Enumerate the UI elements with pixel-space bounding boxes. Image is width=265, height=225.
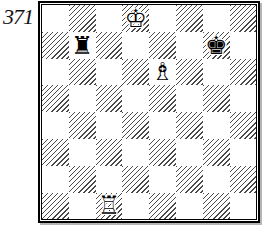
board-grid: ♔♜♚♗♖ — [41, 4, 257, 220]
square-g3 — [203, 139, 230, 166]
square-h5 — [230, 85, 257, 112]
square-f3 — [176, 139, 203, 166]
square-f8 — [176, 5, 203, 32]
square-g2 — [203, 166, 230, 193]
square-e1 — [149, 193, 176, 220]
square-d1 — [122, 193, 149, 220]
square-a2 — [42, 166, 69, 193]
square-g1 — [203, 193, 230, 220]
white-king: ♔ — [125, 6, 147, 31]
square-g7: ♚ — [203, 32, 230, 59]
square-g8 — [203, 5, 230, 32]
square-a6 — [42, 59, 69, 86]
square-f7 — [176, 32, 203, 59]
black-king: ♚ — [205, 33, 227, 58]
square-g6 — [203, 59, 230, 86]
square-a4 — [42, 112, 69, 139]
square-h2 — [230, 166, 257, 193]
square-e3 — [149, 139, 176, 166]
square-c3 — [96, 139, 123, 166]
square-f4 — [176, 112, 203, 139]
square-e7 — [149, 32, 176, 59]
square-c1: ♖ — [96, 193, 123, 220]
square-c4 — [96, 112, 123, 139]
square-f5 — [176, 85, 203, 112]
square-b1 — [69, 193, 96, 220]
square-d4 — [122, 112, 149, 139]
square-c8 — [96, 5, 123, 32]
square-b3 — [69, 139, 96, 166]
square-a8 — [42, 5, 69, 32]
square-d6 — [122, 59, 149, 86]
square-h8 — [230, 5, 257, 32]
square-c7 — [96, 32, 123, 59]
square-g4 — [203, 112, 230, 139]
square-b4 — [69, 112, 96, 139]
square-h6 — [230, 59, 257, 86]
square-h7 — [230, 32, 257, 59]
square-d5 — [122, 85, 149, 112]
square-c2 — [96, 166, 123, 193]
square-c6 — [96, 59, 123, 86]
square-e6: ♗ — [149, 59, 176, 86]
square-e8 — [149, 5, 176, 32]
square-a1 — [42, 193, 69, 220]
square-a3 — [42, 139, 69, 166]
square-f2 — [176, 166, 203, 193]
book-page: 371 ♔♜♚♗♖ — [0, 0, 265, 225]
square-e5 — [149, 85, 176, 112]
white-rook: ♖ — [98, 193, 120, 218]
square-e2 — [149, 166, 176, 193]
square-b8 — [69, 5, 96, 32]
square-d2 — [122, 166, 149, 193]
square-a5 — [42, 85, 69, 112]
square-h3 — [230, 139, 257, 166]
square-d8: ♔ — [122, 5, 149, 32]
black-rook: ♜ — [71, 33, 93, 58]
square-d7 — [122, 32, 149, 59]
square-b2 — [69, 166, 96, 193]
square-b7: ♜ — [69, 32, 96, 59]
square-d3 — [122, 139, 149, 166]
chess-board-frame: ♔♜♚♗♖ — [38, 1, 260, 223]
square-b5 — [69, 85, 96, 112]
square-h1 — [230, 193, 257, 220]
square-g5 — [203, 85, 230, 112]
square-h4 — [230, 112, 257, 139]
square-c5 — [96, 85, 123, 112]
square-f6 — [176, 59, 203, 86]
white-bishop: ♗ — [151, 59, 173, 84]
square-b6 — [69, 59, 96, 86]
diagram-number: 371 — [3, 4, 33, 30]
square-a7 — [42, 32, 69, 59]
square-e4 — [149, 112, 176, 139]
square-f1 — [176, 193, 203, 220]
